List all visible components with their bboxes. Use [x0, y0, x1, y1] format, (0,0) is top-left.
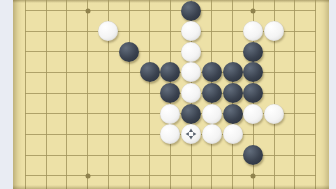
white-stone: [243, 104, 263, 124]
black-stone: [202, 83, 222, 103]
white-stone: [223, 124, 243, 144]
white-stone: [181, 42, 201, 62]
grid-line-v: [149, 0, 150, 189]
white-stone: [160, 104, 180, 124]
grid-line-v: [315, 0, 316, 189]
white-stone: [264, 104, 284, 124]
white-stone: [181, 21, 201, 41]
grid-line-v: [66, 0, 67, 189]
black-stone: [243, 42, 263, 62]
black-stone: [243, 62, 263, 82]
grid-line-v: [129, 0, 130, 189]
black-stone: [243, 145, 263, 165]
black-stone: [181, 1, 201, 21]
white-stone: [202, 124, 222, 144]
star-point: [251, 8, 256, 13]
black-stone: [160, 62, 180, 82]
black-stone: [223, 62, 243, 82]
star-point: [85, 173, 90, 178]
white-stone: [181, 124, 201, 144]
white-stone: [181, 83, 201, 103]
star-point: [85, 8, 90, 13]
star-point: [251, 173, 256, 178]
white-stone: [264, 21, 284, 41]
black-stone: [223, 104, 243, 124]
black-stone: [160, 83, 180, 103]
black-stone: [119, 42, 139, 62]
white-stone: [98, 21, 118, 41]
black-stone: [243, 83, 263, 103]
grid-line-v: [46, 0, 47, 189]
app-background: [0, 0, 336, 189]
last-move-marker-icon: [185, 128, 197, 140]
black-stone: [181, 104, 201, 124]
white-stone: [243, 21, 263, 41]
black-stone: [202, 62, 222, 82]
black-stone: [223, 83, 243, 103]
grid-line-v: [25, 0, 26, 189]
gomoku-board[interactable]: [13, 0, 329, 189]
white-stone: [202, 104, 222, 124]
grid-line-v: [294, 0, 295, 189]
grid-line-v: [87, 0, 88, 189]
black-stone: [140, 62, 160, 82]
white-stone: [181, 62, 201, 82]
white-stone: [160, 124, 180, 144]
